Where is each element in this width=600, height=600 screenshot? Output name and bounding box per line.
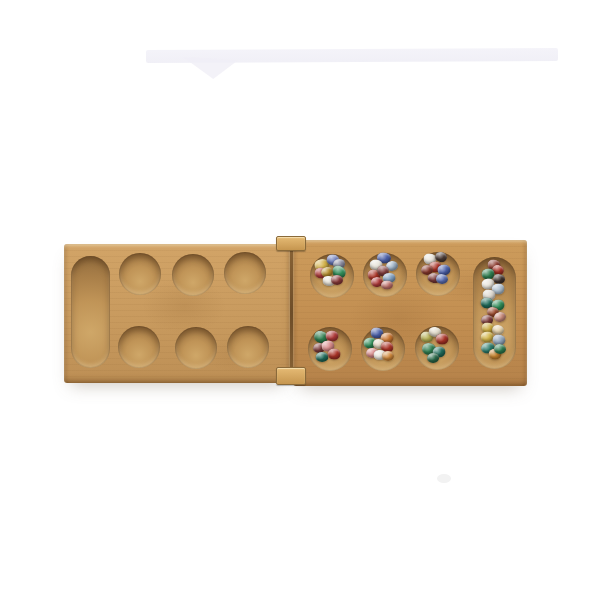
gem-stone [427, 353, 439, 363]
pit-top-2[interactable] [172, 254, 214, 296]
gem-stone [480, 331, 493, 342]
gem-stone [493, 311, 507, 323]
pit-top-3[interactable] [224, 252, 266, 294]
pit-bottom-2[interactable] [175, 327, 217, 369]
mancala-board [64, 240, 527, 386]
pit-bottom-1[interactable] [118, 326, 160, 368]
bottom-hinge [276, 367, 306, 385]
gem-stone [493, 274, 505, 284]
pit-bottom-3[interactable] [227, 326, 269, 368]
gem-stone [326, 348, 340, 360]
fold-seam [290, 242, 293, 384]
store-right[interactable] [473, 257, 516, 369]
gem-stone [436, 334, 449, 345]
product-photo [0, 0, 600, 600]
pit-top-1[interactable] [119, 253, 161, 295]
store-left[interactable] [71, 256, 110, 368]
gem-stone [381, 280, 393, 289]
pit-top-6[interactable] [416, 252, 460, 296]
gem-stone [382, 351, 394, 361]
background-artifact [183, 57, 238, 79]
gem-stone [436, 274, 448, 284]
gem-stone [331, 275, 343, 285]
pit-top-4[interactable] [310, 254, 354, 298]
pit-bottom-6[interactable] [415, 326, 459, 370]
background-artifact [437, 474, 451, 483]
gem-stone [494, 344, 506, 354]
pit-bottom-5[interactable] [361, 327, 405, 371]
pit-bottom-4[interactable] [308, 327, 352, 371]
top-hinge [276, 236, 306, 251]
pit-top-5[interactable] [363, 253, 407, 297]
